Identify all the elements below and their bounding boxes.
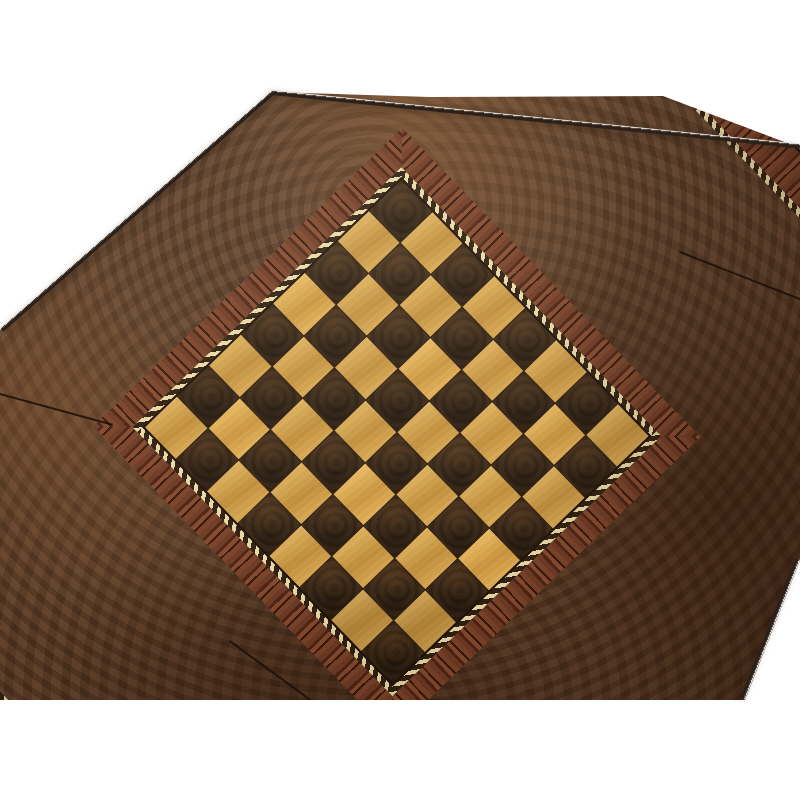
photo-background	[0, 0, 800, 800]
game-panel	[93, 128, 701, 736]
checkerboard	[142, 177, 651, 686]
white-background-bottom-strip	[0, 700, 800, 800]
